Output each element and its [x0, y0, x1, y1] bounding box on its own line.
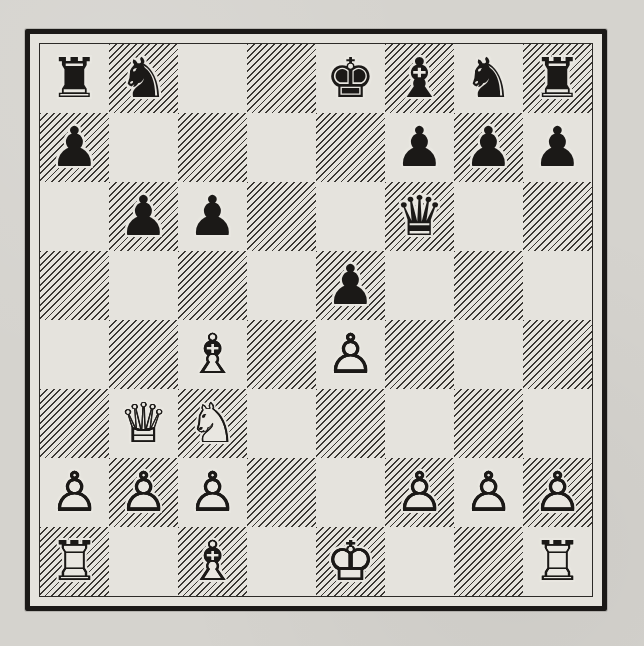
- square-e3[interactable]: [316, 389, 385, 458]
- square-g2[interactable]: ♟♙: [454, 458, 523, 527]
- square-f1[interactable]: [385, 527, 454, 596]
- square-e1[interactable]: ♚♔: [316, 527, 385, 596]
- black-bishop-glyph: ♝: [385, 44, 454, 113]
- square-d2[interactable]: [247, 458, 316, 527]
- black-rook: ♜♜: [40, 44, 109, 113]
- black-pawn: ♟♟: [316, 251, 385, 320]
- square-h4[interactable]: [523, 320, 592, 389]
- square-g5[interactable]: [454, 251, 523, 320]
- white-pawn: ♟♙: [385, 458, 454, 527]
- square-h3[interactable]: [523, 389, 592, 458]
- white-pawn-glyph: ♙: [178, 458, 247, 527]
- square-d5[interactable]: [247, 251, 316, 320]
- square-b1[interactable]: [109, 527, 178, 596]
- white-pawn-glyph: ♙: [385, 458, 454, 527]
- scanned-book-page: ♜♜♞♞♚♚♝♝♞♞♜♜♟♟♟♟♟♟♟♟♟♟♟♟♛♛♟♟♝♗♟♙♛♕♞♘♟♙♟♙…: [0, 0, 644, 646]
- black-queen: ♛♛: [385, 182, 454, 251]
- square-c8[interactable]: [178, 44, 247, 113]
- square-c2[interactable]: ♟♙: [178, 458, 247, 527]
- black-rook-glyph: ♜: [523, 44, 592, 113]
- square-c1[interactable]: ♝♗: [178, 527, 247, 596]
- black-pawn-glyph: ♟: [454, 113, 523, 182]
- square-e5[interactable]: ♟♟: [316, 251, 385, 320]
- square-c7[interactable]: [178, 113, 247, 182]
- square-b4[interactable]: [109, 320, 178, 389]
- white-rook-glyph: ♖: [523, 527, 592, 596]
- white-pawn: ♟♙: [523, 458, 592, 527]
- white-king-glyph: ♔: [316, 527, 385, 596]
- square-f5[interactable]: [385, 251, 454, 320]
- white-pawn-glyph: ♙: [109, 458, 178, 527]
- square-c5[interactable]: [178, 251, 247, 320]
- white-knight-glyph: ♘: [178, 389, 247, 458]
- square-e4[interactable]: ♟♙: [316, 320, 385, 389]
- black-pawn-glyph: ♟: [178, 182, 247, 251]
- square-a3[interactable]: [40, 389, 109, 458]
- square-e6[interactable]: [316, 182, 385, 251]
- square-a1[interactable]: ♜♖: [40, 527, 109, 596]
- black-king-glyph: ♚: [316, 44, 385, 113]
- square-g1[interactable]: [454, 527, 523, 596]
- black-pawn: ♟♟: [178, 182, 247, 251]
- white-rook: ♜♖: [40, 527, 109, 596]
- square-e7[interactable]: [316, 113, 385, 182]
- square-f4[interactable]: [385, 320, 454, 389]
- square-h8[interactable]: ♜♜: [523, 44, 592, 113]
- white-pawn-glyph: ♙: [40, 458, 109, 527]
- square-f6[interactable]: ♛♛: [385, 182, 454, 251]
- black-rook: ♜♜: [523, 44, 592, 113]
- white-pawn-glyph: ♙: [523, 458, 592, 527]
- chess-board-frame: ♜♜♞♞♚♚♝♝♞♞♜♜♟♟♟♟♟♟♟♟♟♟♟♟♛♛♟♟♝♗♟♙♛♕♞♘♟♙♟♙…: [25, 29, 607, 611]
- square-f3[interactable]: [385, 389, 454, 458]
- black-pawn-glyph: ♟: [385, 113, 454, 182]
- square-g8[interactable]: ♞♞: [454, 44, 523, 113]
- chess-board: ♜♜♞♞♚♚♝♝♞♞♜♜♟♟♟♟♟♟♟♟♟♟♟♟♛♛♟♟♝♗♟♙♛♕♞♘♟♙♟♙…: [39, 43, 593, 597]
- black-knight-glyph: ♞: [109, 44, 178, 113]
- white-bishop: ♝♗: [178, 320, 247, 389]
- square-a2[interactable]: ♟♙: [40, 458, 109, 527]
- white-king: ♚♔: [316, 527, 385, 596]
- white-pawn: ♟♙: [109, 458, 178, 527]
- square-b8[interactable]: ♞♞: [109, 44, 178, 113]
- black-pawn: ♟♟: [523, 113, 592, 182]
- square-d7[interactable]: [247, 113, 316, 182]
- square-d8[interactable]: [247, 44, 316, 113]
- square-e2[interactable]: [316, 458, 385, 527]
- square-b5[interactable]: [109, 251, 178, 320]
- square-c6[interactable]: ♟♟: [178, 182, 247, 251]
- square-g7[interactable]: ♟♟: [454, 113, 523, 182]
- square-h6[interactable]: [523, 182, 592, 251]
- black-pawn: ♟♟: [109, 182, 178, 251]
- black-bishop: ♝♝: [385, 44, 454, 113]
- white-bishop-glyph: ♗: [178, 320, 247, 389]
- square-d4[interactable]: [247, 320, 316, 389]
- black-pawn-glyph: ♟: [109, 182, 178, 251]
- white-pawn: ♟♙: [454, 458, 523, 527]
- square-h2[interactable]: ♟♙: [523, 458, 592, 527]
- square-g4[interactable]: [454, 320, 523, 389]
- square-a8[interactable]: ♜♜: [40, 44, 109, 113]
- black-pawn-glyph: ♟: [40, 113, 109, 182]
- black-pawn-glyph: ♟: [523, 113, 592, 182]
- black-pawn: ♟♟: [40, 113, 109, 182]
- black-pawn: ♟♟: [385, 113, 454, 182]
- square-a4[interactable]: [40, 320, 109, 389]
- square-e8[interactable]: ♚♚: [316, 44, 385, 113]
- black-rook-glyph: ♜: [40, 44, 109, 113]
- white-knight: ♞♘: [178, 389, 247, 458]
- square-g6[interactable]: [454, 182, 523, 251]
- black-knight: ♞♞: [454, 44, 523, 113]
- square-g3[interactable]: [454, 389, 523, 458]
- white-bishop: ♝♗: [178, 527, 247, 596]
- square-f7[interactable]: ♟♟: [385, 113, 454, 182]
- square-f2[interactable]: ♟♙: [385, 458, 454, 527]
- black-knight-glyph: ♞: [454, 44, 523, 113]
- white-queen-glyph: ♕: [109, 389, 178, 458]
- black-knight: ♞♞: [109, 44, 178, 113]
- square-a5[interactable]: [40, 251, 109, 320]
- white-pawn: ♟♙: [178, 458, 247, 527]
- white-queen: ♛♕: [109, 389, 178, 458]
- square-b7[interactable]: [109, 113, 178, 182]
- white-rook-glyph: ♖: [40, 527, 109, 596]
- black-pawn: ♟♟: [454, 113, 523, 182]
- white-rook: ♜♖: [523, 527, 592, 596]
- square-b3[interactable]: ♛♕: [109, 389, 178, 458]
- black-queen-glyph: ♛: [385, 182, 454, 251]
- white-pawn-glyph: ♙: [316, 320, 385, 389]
- black-pawn-glyph: ♟: [316, 251, 385, 320]
- square-b2[interactable]: ♟♙: [109, 458, 178, 527]
- square-b6[interactable]: ♟♟: [109, 182, 178, 251]
- square-a6[interactable]: [40, 182, 109, 251]
- square-h5[interactable]: [523, 251, 592, 320]
- square-h7[interactable]: ♟♟: [523, 113, 592, 182]
- square-d1[interactable]: [247, 527, 316, 596]
- square-c4[interactable]: ♝♗: [178, 320, 247, 389]
- square-d3[interactable]: [247, 389, 316, 458]
- square-d6[interactable]: [247, 182, 316, 251]
- square-a7[interactable]: ♟♟: [40, 113, 109, 182]
- square-h1[interactable]: ♜♖: [523, 527, 592, 596]
- white-bishop-glyph: ♗: [178, 527, 247, 596]
- white-pawn: ♟♙: [40, 458, 109, 527]
- black-king: ♚♚: [316, 44, 385, 113]
- square-f8[interactable]: ♝♝: [385, 44, 454, 113]
- white-pawn-glyph: ♙: [454, 458, 523, 527]
- square-c3[interactable]: ♞♘: [178, 389, 247, 458]
- white-pawn: ♟♙: [316, 320, 385, 389]
